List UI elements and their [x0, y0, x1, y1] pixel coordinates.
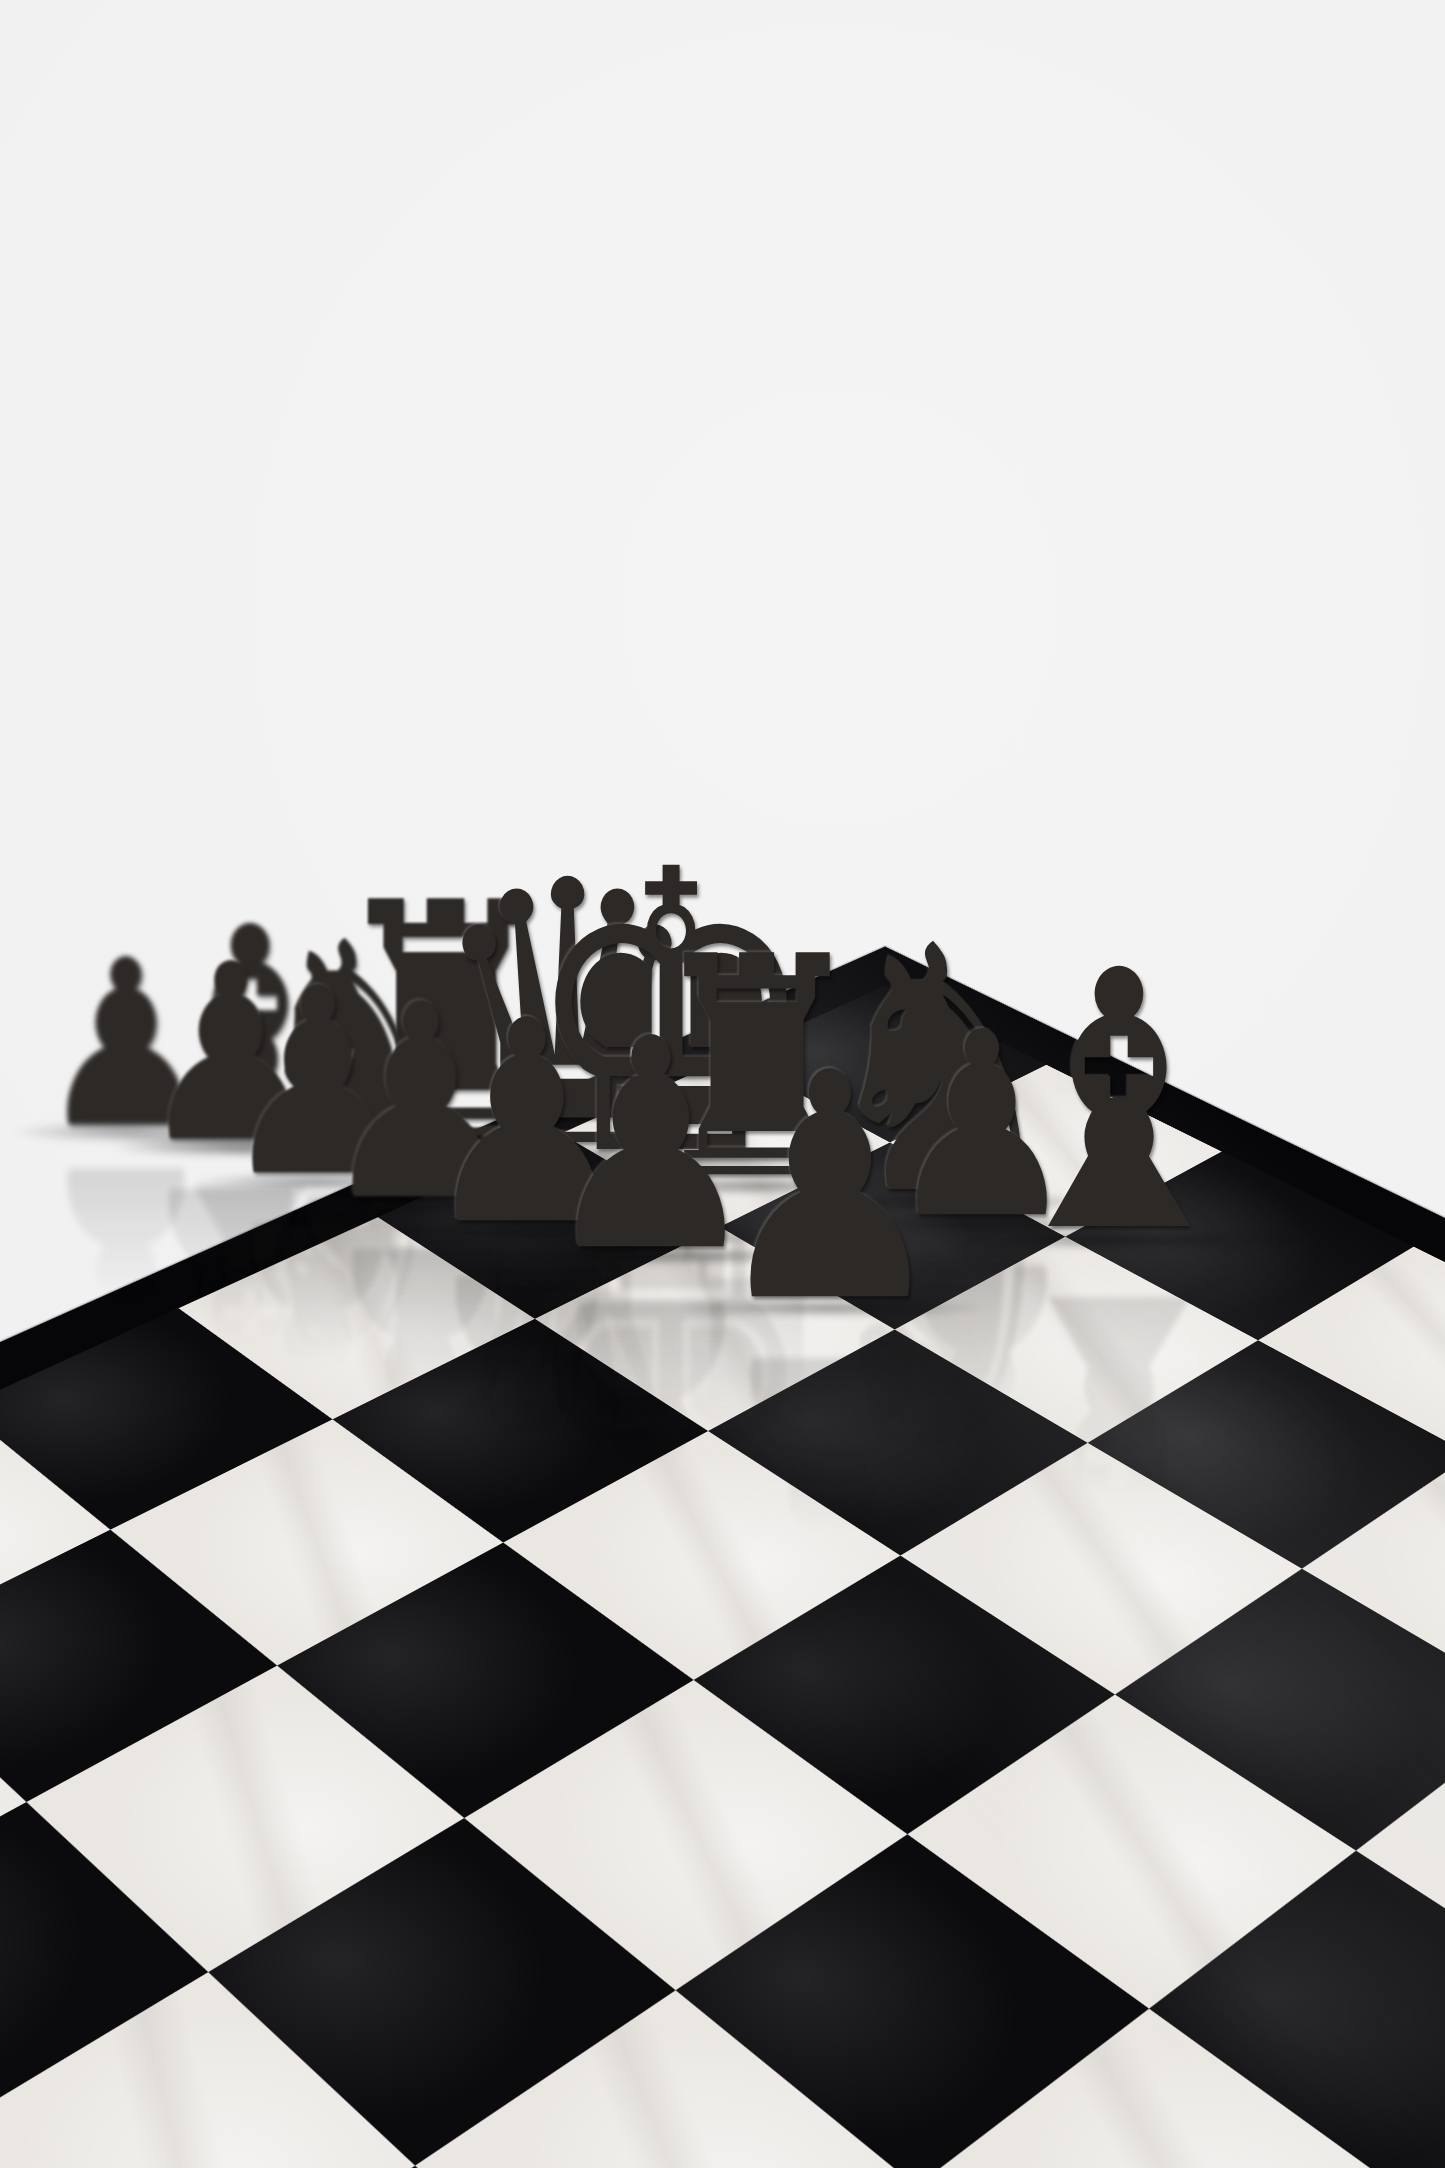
studio-scene	[0, 0, 1445, 2168]
board-squares	[0, 985, 1445, 2168]
chess-board	[0, 946, 1445, 2168]
